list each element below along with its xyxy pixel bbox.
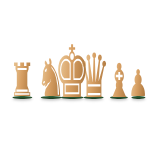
white-king-piece: ♚ (40, 36, 105, 99)
king-icon: ♚ (54, 36, 90, 108)
chess-pieces-photo: ♜ ♞ ♚ ♛ ♝ ♟ (0, 0, 150, 150)
